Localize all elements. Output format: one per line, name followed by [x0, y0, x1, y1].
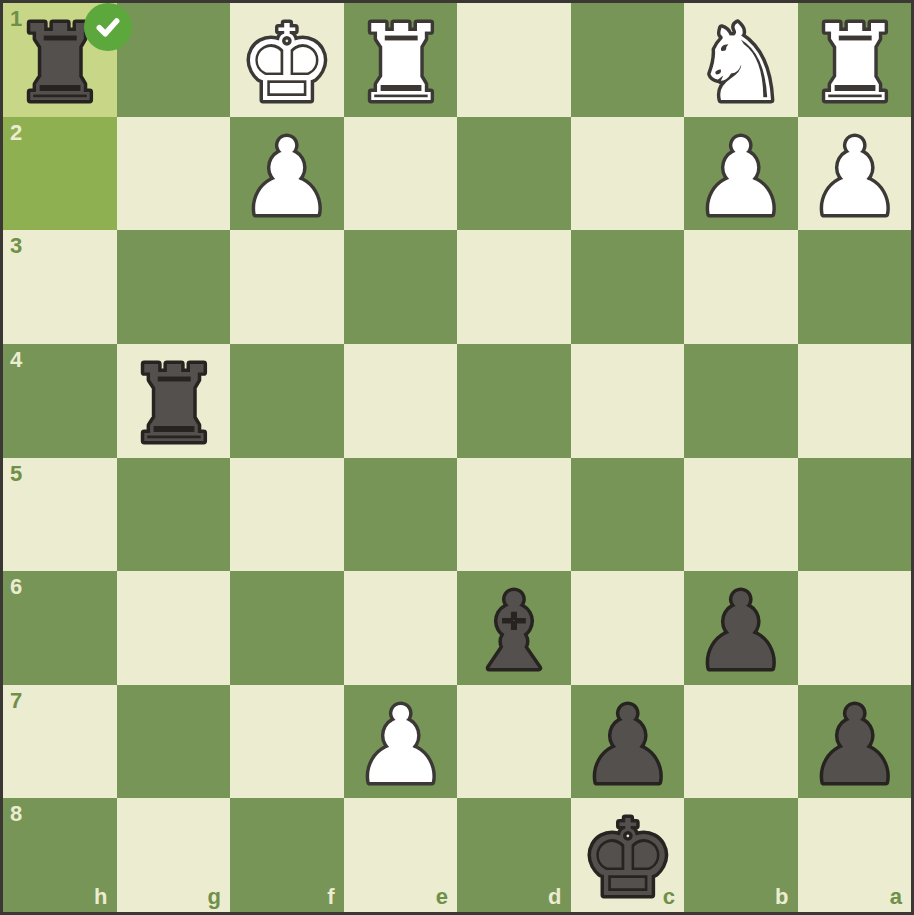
square-h8[interactable]: 8h — [3, 798, 117, 912]
square-c2[interactable] — [571, 117, 685, 231]
square-c1[interactable] — [571, 3, 685, 117]
square-f7[interactable] — [230, 685, 344, 799]
square-d3[interactable] — [457, 230, 571, 344]
svg-text:♟: ♟ — [239, 117, 334, 231]
file-label-f: f — [327, 886, 334, 908]
file-label-h: h — [94, 886, 107, 908]
svg-text:♚: ♚ — [580, 798, 675, 912]
square-g3[interactable] — [117, 230, 231, 344]
svg-text:♞: ♞ — [693, 3, 788, 117]
svg-text:♚: ♚ — [239, 3, 334, 117]
square-d5[interactable] — [457, 458, 571, 572]
square-d4[interactable] — [457, 344, 571, 458]
square-e1[interactable]: ♜ — [344, 3, 458, 117]
square-a1[interactable]: ♜ — [798, 3, 912, 117]
piece-white-knight[interactable]: ♞ — [684, 3, 798, 117]
square-h1[interactable]: 1♜ — [3, 3, 117, 117]
svg-text:♝: ♝ — [466, 571, 561, 685]
svg-text:♟: ♟ — [693, 571, 788, 685]
square-a3[interactable] — [798, 230, 912, 344]
rank-label-8: 8 — [10, 803, 22, 825]
rank-label-4: 4 — [10, 349, 22, 371]
square-b5[interactable] — [684, 458, 798, 572]
rank-label-6: 6 — [10, 576, 22, 598]
square-f3[interactable] — [230, 230, 344, 344]
rank-label-7: 7 — [10, 690, 22, 712]
square-d2[interactable] — [457, 117, 571, 231]
piece-white-king[interactable]: ♚ — [230, 3, 344, 117]
square-d6[interactable]: ♝ — [457, 571, 571, 685]
svg-text:♟: ♟ — [353, 685, 448, 799]
square-c5[interactable] — [571, 458, 685, 572]
square-h5[interactable]: 5 — [3, 458, 117, 572]
piece-white-rook[interactable]: ♜ — [344, 3, 458, 117]
square-b1[interactable]: ♞ — [684, 3, 798, 117]
piece-black-king[interactable]: ♚ — [571, 798, 685, 912]
square-e2[interactable] — [344, 117, 458, 231]
rank-label-2: 2 — [10, 122, 22, 144]
square-b2[interactable]: ♟ — [684, 117, 798, 231]
square-f5[interactable] — [230, 458, 344, 572]
square-b4[interactable] — [684, 344, 798, 458]
square-g5[interactable] — [117, 458, 231, 572]
square-a6[interactable] — [798, 571, 912, 685]
square-d7[interactable] — [457, 685, 571, 799]
square-h7[interactable]: 7 — [3, 685, 117, 799]
square-c4[interactable] — [571, 344, 685, 458]
square-e8[interactable]: e — [344, 798, 458, 912]
svg-text:♟: ♟ — [807, 117, 902, 231]
check-icon — [92, 11, 124, 43]
square-e7[interactable]: ♟ — [344, 685, 458, 799]
square-g4[interactable]: ♜ — [117, 344, 231, 458]
square-e3[interactable] — [344, 230, 458, 344]
board-frame: 1♜♚♜♞♜2♟♟♟34♜56♝♟7♟♟♟8hgfedc♚ba — [0, 0, 914, 915]
piece-white-pawn[interactable]: ♟ — [230, 117, 344, 231]
square-e4[interactable] — [344, 344, 458, 458]
square-e6[interactable] — [344, 571, 458, 685]
square-g6[interactable] — [117, 571, 231, 685]
correct-move-badge — [84, 3, 132, 51]
rank-label-3: 3 — [10, 235, 22, 257]
square-f1[interactable]: ♚ — [230, 3, 344, 117]
square-f4[interactable] — [230, 344, 344, 458]
square-d8[interactable]: d — [457, 798, 571, 912]
square-b8[interactable]: b — [684, 798, 798, 912]
square-f2[interactable]: ♟ — [230, 117, 344, 231]
square-c3[interactable] — [571, 230, 685, 344]
square-a2[interactable]: ♟ — [798, 117, 912, 231]
square-a7[interactable]: ♟ — [798, 685, 912, 799]
square-a4[interactable] — [798, 344, 912, 458]
square-b6[interactable]: ♟ — [684, 571, 798, 685]
svg-text:♟: ♟ — [580, 685, 675, 799]
piece-white-pawn[interactable]: ♟ — [344, 685, 458, 799]
square-a8[interactable]: a — [798, 798, 912, 912]
square-a5[interactable] — [798, 458, 912, 572]
square-h2[interactable]: 2 — [3, 117, 117, 231]
file-label-b: b — [775, 886, 788, 908]
square-d1[interactable] — [457, 3, 571, 117]
square-c8[interactable]: c♚ — [571, 798, 685, 912]
square-c6[interactable] — [571, 571, 685, 685]
piece-black-pawn[interactable]: ♟ — [684, 571, 798, 685]
file-label-e: e — [436, 886, 448, 908]
square-g8[interactable]: g — [117, 798, 231, 912]
square-g1[interactable] — [117, 3, 231, 117]
square-b3[interactable] — [684, 230, 798, 344]
file-label-d: d — [548, 886, 561, 908]
svg-text:♟: ♟ — [693, 117, 788, 231]
piece-black-pawn[interactable]: ♟ — [798, 685, 912, 799]
piece-black-pawn[interactable]: ♟ — [571, 685, 685, 799]
piece-white-pawn[interactable]: ♟ — [684, 117, 798, 231]
svg-text:♜: ♜ — [126, 344, 221, 458]
square-e5[interactable] — [344, 458, 458, 572]
square-b7[interactable] — [684, 685, 798, 799]
rank-label-5: 5 — [10, 463, 22, 485]
piece-white-rook[interactable]: ♜ — [798, 3, 912, 117]
square-h4[interactable]: 4 — [3, 344, 117, 458]
piece-white-pawn[interactable]: ♟ — [798, 117, 912, 231]
square-f8[interactable]: f — [230, 798, 344, 912]
square-h3[interactable]: 3 — [3, 230, 117, 344]
svg-text:♜: ♜ — [807, 3, 902, 117]
square-c7[interactable]: ♟ — [571, 685, 685, 799]
square-g2[interactable] — [117, 117, 231, 231]
square-f6[interactable] — [230, 571, 344, 685]
file-label-a: a — [890, 886, 902, 908]
square-g7[interactable] — [117, 685, 231, 799]
chess-board: 1♜♚♜♞♜2♟♟♟34♜56♝♟7♟♟♟8hgfedc♚ba — [3, 3, 911, 912]
file-label-g: g — [208, 886, 221, 908]
square-h6[interactable]: 6 — [3, 571, 117, 685]
svg-text:♜: ♜ — [353, 3, 448, 117]
piece-black-rook[interactable]: ♜ — [117, 344, 231, 458]
svg-text:♟: ♟ — [807, 685, 902, 799]
piece-black-bishop[interactable]: ♝ — [457, 571, 571, 685]
